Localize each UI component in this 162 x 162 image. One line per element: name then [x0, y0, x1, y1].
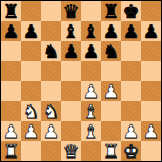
square-d6[interactable]: ♟ — [61, 41, 81, 61]
square-e6[interactable]: ♟ — [81, 41, 101, 61]
square-h3[interactable] — [141, 101, 161, 121]
square-a7[interactable]: ♟ — [1, 21, 21, 41]
square-h1[interactable] — [141, 141, 161, 161]
square-a2[interactable]: ♟ — [1, 121, 21, 141]
piece-white-knight: ♞ — [22, 101, 39, 121]
chess-board: ♜♛♜♚♟♟♝♝♟♟♟♞♟♟♞♟♟♞♞♝♟♟♟♝♟♟♜♛♜♚ — [0, 0, 162, 162]
square-b6[interactable] — [21, 41, 41, 61]
square-g7[interactable]: ♟ — [121, 21, 141, 41]
piece-white-rook: ♜ — [2, 141, 19, 161]
square-f2[interactable] — [101, 121, 121, 141]
square-d5[interactable] — [61, 61, 81, 81]
square-a4[interactable] — [1, 81, 21, 101]
square-h2[interactable]: ♟ — [141, 121, 161, 141]
square-g2[interactable]: ♟ — [121, 121, 141, 141]
square-d3[interactable] — [61, 101, 81, 121]
square-f5[interactable] — [101, 61, 121, 81]
square-b7[interactable]: ♟ — [21, 21, 41, 41]
square-a3[interactable] — [1, 101, 21, 121]
piece-black-pawn: ♟ — [142, 21, 159, 41]
square-a8[interactable]: ♜ — [1, 1, 21, 21]
square-b2[interactable]: ♟ — [21, 121, 41, 141]
square-f1[interactable]: ♜ — [101, 141, 121, 161]
piece-black-bishop: ♝ — [82, 21, 99, 41]
piece-white-king: ♚ — [122, 141, 139, 161]
square-h5[interactable] — [141, 61, 161, 81]
square-c1[interactable] — [41, 141, 61, 161]
piece-black-queen: ♛ — [62, 1, 79, 21]
square-g3[interactable] — [121, 101, 141, 121]
square-f7[interactable]: ♟ — [101, 21, 121, 41]
square-g6[interactable] — [121, 41, 141, 61]
square-f3[interactable] — [101, 101, 121, 121]
square-h6[interactable] — [141, 41, 161, 61]
square-d1[interactable]: ♛ — [61, 141, 81, 161]
piece-black-bishop: ♝ — [62, 21, 79, 41]
piece-black-pawn: ♟ — [22, 21, 39, 41]
piece-black-pawn: ♟ — [62, 41, 79, 61]
piece-white-knight: ♞ — [42, 101, 59, 121]
piece-black-pawn: ♟ — [2, 21, 19, 41]
piece-white-bishop: ♝ — [82, 101, 99, 121]
chess-board-screenshot: ♜♛♜♚♟♟♝♝♟♟♟♞♟♟♞♟♟♞♞♝♟♟♟♝♟♟♜♛♜♚ — [0, 0, 162, 162]
piece-black-pawn: ♟ — [122, 21, 139, 41]
square-b3[interactable]: ♞ — [21, 101, 41, 121]
square-d7[interactable]: ♝ — [61, 21, 81, 41]
square-c8[interactable] — [41, 1, 61, 21]
square-e5[interactable] — [81, 61, 101, 81]
square-c5[interactable] — [41, 61, 61, 81]
square-h4[interactable] — [141, 81, 161, 101]
square-c2[interactable]: ♟ — [41, 121, 61, 141]
square-e3[interactable]: ♝ — [81, 101, 101, 121]
piece-white-pawn: ♟ — [82, 81, 99, 101]
square-f6[interactable]: ♞ — [101, 41, 121, 61]
square-c4[interactable] — [41, 81, 61, 101]
square-f8[interactable]: ♜ — [101, 1, 121, 21]
square-f4[interactable]: ♟ — [101, 81, 121, 101]
piece-white-pawn: ♟ — [142, 121, 159, 141]
piece-white-pawn: ♟ — [122, 121, 139, 141]
piece-black-knight: ♞ — [102, 41, 119, 61]
piece-white-pawn: ♟ — [22, 121, 39, 141]
square-a6[interactable] — [1, 41, 21, 61]
square-a1[interactable]: ♜ — [1, 141, 21, 161]
piece-white-bishop: ♝ — [82, 121, 99, 141]
square-e4[interactable]: ♟ — [81, 81, 101, 101]
square-e8[interactable] — [81, 1, 101, 21]
piece-white-rook: ♜ — [102, 141, 119, 161]
piece-black-pawn: ♟ — [82, 41, 99, 61]
square-g1[interactable]: ♚ — [121, 141, 141, 161]
piece-black-rook: ♜ — [2, 1, 19, 21]
piece-black-knight: ♞ — [42, 41, 59, 61]
square-g5[interactable] — [121, 61, 141, 81]
square-h8[interactable] — [141, 1, 161, 21]
square-e2[interactable]: ♝ — [81, 121, 101, 141]
square-h7[interactable]: ♟ — [141, 21, 161, 41]
square-d2[interactable] — [61, 121, 81, 141]
piece-black-rook: ♜ — [102, 1, 119, 21]
square-a5[interactable] — [1, 61, 21, 81]
piece-white-queen: ♛ — [62, 141, 79, 161]
piece-black-king: ♚ — [122, 1, 139, 21]
piece-white-pawn: ♟ — [102, 81, 119, 101]
square-c6[interactable]: ♞ — [41, 41, 61, 61]
square-g8[interactable]: ♚ — [121, 1, 141, 21]
square-b1[interactable] — [21, 141, 41, 161]
piece-black-pawn: ♟ — [102, 21, 119, 41]
square-d8[interactable]: ♛ — [61, 1, 81, 21]
square-b8[interactable] — [21, 1, 41, 21]
square-b4[interactable] — [21, 81, 41, 101]
piece-white-pawn: ♟ — [2, 121, 19, 141]
square-c7[interactable] — [41, 21, 61, 41]
square-g4[interactable] — [121, 81, 141, 101]
square-e7[interactable]: ♝ — [81, 21, 101, 41]
square-c3[interactable]: ♞ — [41, 101, 61, 121]
square-d4[interactable] — [61, 81, 81, 101]
square-e1[interactable] — [81, 141, 101, 161]
piece-white-pawn: ♟ — [42, 121, 59, 141]
square-b5[interactable] — [21, 61, 41, 81]
